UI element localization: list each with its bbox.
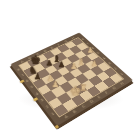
chess-set-photo: ABCDEFGH ABCDEFGH 87654321 87654321 ♚♞♟♝… bbox=[0, 0, 140, 140]
white-pawn-piece[interactable]: ♟ bbox=[86, 61, 103, 69]
coord-label: 3 bbox=[40, 98, 44, 102]
board-grid: ♚♞♟♝♟♟♟♟♟♝♟♟♚♜ bbox=[20, 38, 123, 116]
coord-label: G bbox=[112, 86, 117, 90]
coord-label: 7 bbox=[86, 42, 90, 45]
coord-label: 8 bbox=[81, 38, 85, 40]
coord-label: 4 bbox=[35, 92, 39, 96]
coord-label: 8 bbox=[17, 68, 21, 71]
coord-label: F bbox=[105, 90, 109, 94]
white-king-piece[interactable]: ♚ bbox=[66, 85, 85, 98]
white-pawn-piece[interactable]: ♟ bbox=[47, 81, 65, 89]
coord-label: C bbox=[81, 104, 86, 108]
coord-label: 1 bbox=[51, 112, 55, 116]
coord-label: 2 bbox=[114, 67, 118, 70]
coord-label: 4 bbox=[102, 57, 106, 60]
coord-label: 1 bbox=[120, 73, 124, 76]
chess-board: ABCDEFGH ABCDEFGH 87654321 87654321 ♚♞♟♝… bbox=[10, 33, 133, 126]
square-g4[interactable]: ♟ bbox=[85, 61, 98, 70]
coord-label: 5 bbox=[30, 85, 34, 89]
coord-label: E bbox=[97, 95, 101, 99]
coord-label: D bbox=[89, 99, 94, 103]
square-c2[interactable]: ♚ bbox=[65, 88, 79, 99]
coord-label: H bbox=[119, 82, 124, 86]
coord-label: A bbox=[64, 114, 69, 118]
brass-hinge bbox=[20, 80, 25, 84]
coord-label: B bbox=[72, 109, 77, 113]
white-pawn-piece[interactable]: ♟ bbox=[65, 63, 82, 71]
scene: ABCDEFGH ABCDEFGH 87654321 87654321 ♚♞♟♝… bbox=[0, 0, 140, 140]
coord-label: 2 bbox=[46, 105, 50, 109]
white-pawn-piece[interactable]: ♟ bbox=[82, 47, 98, 55]
coord-label: 3 bbox=[108, 62, 112, 65]
brass-hinge bbox=[33, 97, 38, 101]
